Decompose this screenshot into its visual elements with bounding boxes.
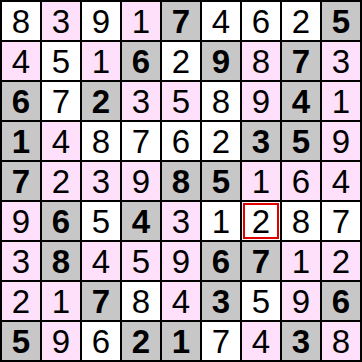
sudoku-cell[interactable]: 8 — [162, 162, 200, 200]
sudoku-cell[interactable]: 1 — [282, 242, 320, 280]
sudoku-cell[interactable]: 4 — [82, 242, 120, 280]
sudoku-cell[interactable]: 5 — [242, 282, 280, 320]
sudoku-cell[interactable]: 8 — [322, 322, 360, 360]
sudoku-cell[interactable]: 2 — [282, 2, 320, 40]
sudoku-cell[interactable]: 9 — [2, 202, 40, 240]
sudoku-cell[interactable]: 4 — [202, 2, 240, 40]
sudoku-cell[interactable]: 5 — [42, 42, 80, 80]
sudoku-cell[interactable]: 8 — [202, 82, 240, 120]
sudoku-cell[interactable]: 7 — [162, 2, 200, 40]
sudoku-cell[interactable]: 8 — [42, 242, 80, 280]
sudoku-cell[interactable]: 8 — [82, 122, 120, 160]
sudoku-cell[interactable]: 2 — [82, 82, 120, 120]
sudoku-cell[interactable]: 5 — [282, 122, 320, 160]
sudoku-cell[interactable]: 9 — [322, 122, 360, 160]
sudoku-cell[interactable]: 6 — [2, 82, 40, 120]
sudoku-cell[interactable]: 2 — [202, 122, 240, 160]
sudoku-board: 8391746254516298736723589411487623597239… — [0, 0, 362, 362]
sudoku-cell[interactable]: 9 — [122, 162, 160, 200]
sudoku-cell[interactable]: 5 — [202, 162, 240, 200]
sudoku-cell[interactable]: 8 — [122, 282, 160, 320]
sudoku-cell[interactable]: 4 — [42, 122, 80, 160]
sudoku-cell[interactable]: 8 — [2, 2, 40, 40]
sudoku-cell[interactable]: 3 — [322, 42, 360, 80]
sudoku-cell[interactable]: 6 — [202, 242, 240, 280]
sudoku-cell[interactable]: 4 — [242, 322, 280, 360]
sudoku-cell[interactable]: 7 — [42, 82, 80, 120]
sudoku-cell[interactable]: 7 — [322, 202, 360, 240]
sudoku-cell[interactable]: 1 — [202, 202, 240, 240]
sudoku-cell[interactable]: 1 — [122, 2, 160, 40]
sudoku-cell[interactable]: 6 — [122, 42, 160, 80]
sudoku-cell[interactable]: 5 — [122, 242, 160, 280]
sudoku-cell[interactable]: 4 — [162, 282, 200, 320]
sudoku-cell[interactable]: 9 — [202, 42, 240, 80]
sudoku-cell[interactable]: 3 — [2, 242, 40, 280]
sudoku-cell[interactable]: 4 — [282, 82, 320, 120]
sudoku-cell[interactable]: 1 — [42, 282, 80, 320]
sudoku-cell[interactable]: 5 — [162, 82, 200, 120]
sudoku-cell[interactable]: 4 — [2, 42, 40, 80]
sudoku-cell[interactable]: 3 — [242, 122, 280, 160]
sudoku-cell[interactable]: 1 — [162, 322, 200, 360]
sudoku-cell[interactable]: 5 — [322, 2, 360, 40]
sudoku-cell[interactable]: 1 — [82, 42, 120, 80]
sudoku-cell[interactable]: 1 — [2, 122, 40, 160]
sudoku-cell[interactable]: 1 — [242, 162, 280, 200]
sudoku-cell[interactable]: 2 — [42, 162, 80, 200]
sudoku-cell[interactable]: 9 — [162, 242, 200, 280]
sudoku-cell[interactable]: 2 — [322, 242, 360, 280]
sudoku-cell[interactable]: 9 — [82, 2, 120, 40]
sudoku-cell[interactable]: 8 — [282, 202, 320, 240]
sudoku-cell[interactable]: 7 — [122, 122, 160, 160]
sudoku-cell[interactable]: 8 — [242, 42, 280, 80]
sudoku-cell[interactable]: 1 — [322, 82, 360, 120]
sudoku-cell[interactable]: 9 — [42, 322, 80, 360]
sudoku-cell[interactable]: 3 — [122, 82, 160, 120]
sudoku-cell[interactable]: 2 — [122, 322, 160, 360]
sudoku-cell[interactable]: 6 — [82, 322, 120, 360]
sudoku-cell[interactable]: 7 — [2, 162, 40, 200]
sudoku-cell[interactable]: 3 — [42, 2, 80, 40]
sudoku-cell[interactable]: 3 — [282, 322, 320, 360]
sudoku-cell[interactable]: 3 — [82, 162, 120, 200]
sudoku-cell[interactable]: 5 — [82, 202, 120, 240]
sudoku-cell[interactable]: 3 — [162, 202, 200, 240]
sudoku-cell[interactable]: 7 — [82, 282, 120, 320]
sudoku-cell[interactable]: 9 — [282, 282, 320, 320]
sudoku-cell[interactable]: 7 — [242, 242, 280, 280]
sudoku-cell[interactable]: 5 — [2, 322, 40, 360]
sudoku-cell[interactable]: 6 — [242, 2, 280, 40]
sudoku-cell[interactable]: 2 — [2, 282, 40, 320]
sudoku-cell[interactable]: 4 — [322, 162, 360, 200]
sudoku-cell[interactable]: 6 — [162, 122, 200, 160]
sudoku-cell[interactable]: 6 — [322, 282, 360, 320]
sudoku-cell[interactable]: 6 — [282, 162, 320, 200]
sudoku-cell[interactable]: 6 — [42, 202, 80, 240]
sudoku-cell[interactable]: 2 — [162, 42, 200, 80]
sudoku-cell[interactable]: 3 — [202, 282, 240, 320]
sudoku-cell[interactable]: 7 — [202, 322, 240, 360]
selected-cell[interactable]: 2 — [242, 202, 280, 240]
sudoku-cell[interactable]: 9 — [242, 82, 280, 120]
sudoku-cell[interactable]: 7 — [282, 42, 320, 80]
sudoku-cell[interactable]: 4 — [122, 202, 160, 240]
